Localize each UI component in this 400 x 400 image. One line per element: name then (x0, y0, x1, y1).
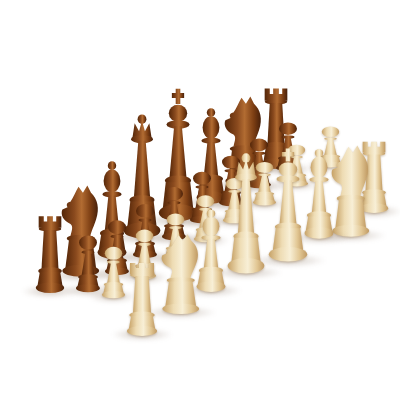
light-queen (224, 151, 268, 275)
light-knight (158, 231, 202, 315)
light-king (265, 147, 311, 263)
dark-rook (33, 210, 67, 294)
light-rook (124, 257, 160, 337)
chess-set-photo (0, 0, 400, 400)
